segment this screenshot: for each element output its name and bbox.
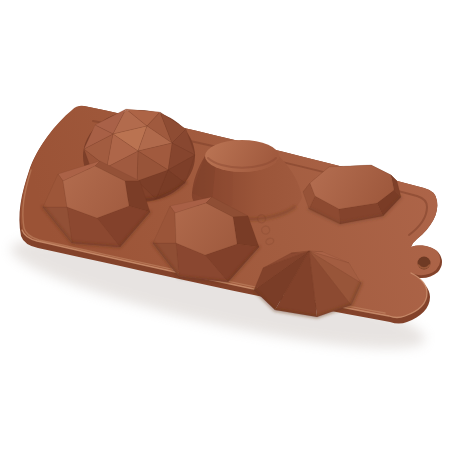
photo-canvas: [0, 0, 458, 458]
hang-tab: [418, 257, 431, 270]
product-photo: [0, 0, 458, 458]
chocolate-mold: [5, 106, 442, 369]
